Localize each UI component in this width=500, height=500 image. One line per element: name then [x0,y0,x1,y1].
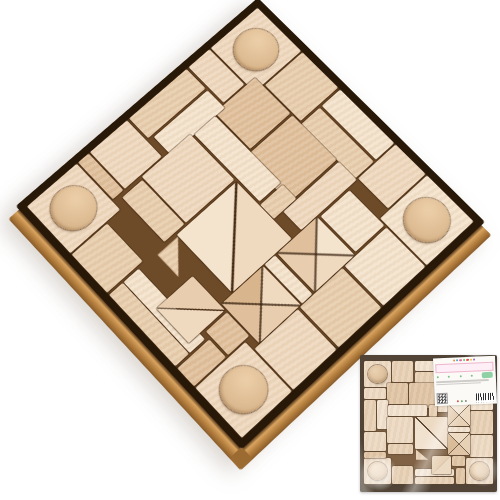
block-square [387,417,414,443]
logo-dot [459,359,461,361]
inset-packaged-thumbnail: КОНСТРУКТОР «ЛОГИКА» [360,355,497,492]
block-square [429,405,437,417]
disc-block [368,462,387,480]
block-disc_plate [364,458,391,484]
block-diag_square [432,456,451,474]
disc-block [470,462,489,480]
disc-block [368,365,387,383]
barcode [476,393,495,403]
block-plank [448,427,470,433]
age-badge [482,372,493,378]
block-square [387,383,409,405]
logo-dot [466,359,468,361]
disc-block [41,177,106,239]
logo-dot [473,359,475,361]
cert-icon-dot [457,400,459,402]
qr-code [437,393,448,404]
block-plank [364,452,386,457]
cert-icon-dot [461,400,463,402]
cert-icon-dot [464,400,466,402]
block-square [392,466,414,484]
block-square [364,432,386,451]
block-square [452,456,465,467]
product-photo: КОНСТРУКТОР «ЛОГИКА» [0,0,500,500]
disc-block [224,20,287,79]
block-xcluster [448,404,470,426]
logo-dot [453,359,455,361]
block-tri_square [415,417,448,449]
block-plank [388,405,428,416]
block-disc_plate [466,458,493,484]
logo-dot [456,359,458,361]
block-square [456,468,466,484]
product-label: КОНСТРУКТОР «ЛОГИКА» [433,356,497,407]
block-plank [415,477,455,484]
block-plank [364,388,386,399]
logo-dot [470,359,472,361]
block-xcluster [448,433,470,455]
block-square [470,435,493,458]
logo-dot [463,359,465,361]
label-cert-icons [457,400,467,404]
block-square [392,361,414,382]
block-square [470,411,493,434]
disc-block [210,356,277,423]
block-tri [416,449,428,460]
disc-block [394,189,459,252]
block-plank [388,444,414,454]
block-plank [364,400,376,431]
label-bottom-row [436,384,495,404]
